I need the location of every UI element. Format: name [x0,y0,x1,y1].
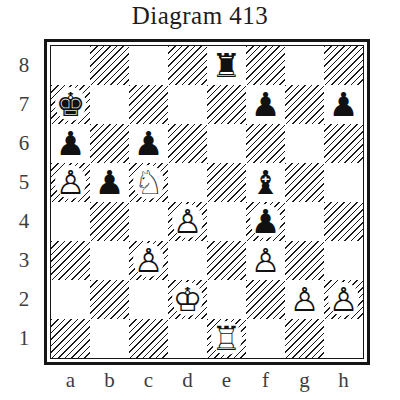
square-d2: ♔ [168,280,207,319]
square-g8 [285,46,324,85]
square-h8 [324,46,363,85]
square-f8 [246,46,285,85]
square-h5 [324,163,363,202]
piece-white-knight: ♘ [129,163,168,202]
file-label-b: b [90,368,129,393]
piece-black-pawn: ♟ [324,85,363,124]
square-f2 [246,280,285,319]
square-c5: ♘ [129,163,168,202]
piece-white-pawn: ♙ [246,241,285,280]
square-a4 [51,202,90,241]
rank-label-5: 5 [12,163,36,202]
square-h7: ♟ [324,85,363,124]
chess-board: ♜♚♟♟♟♟♙♟♘♝♙♟♙♙♔♙♙♖ [44,39,370,365]
square-e7 [207,85,246,124]
square-e3 [207,241,246,280]
square-g3 [285,241,324,280]
piece-black-pawn: ♟ [246,202,285,241]
square-a5: ♙ [51,163,90,202]
square-c8 [129,46,168,85]
square-a8 [51,46,90,85]
square-g6 [285,124,324,163]
chess-diagram-page: Diagram 413 87654321 ♜♚♟♟♟♟♙♟♘♝♙♟♙♙♔♙♙♖ … [0,0,400,400]
square-c7 [129,85,168,124]
square-h2: ♙ [324,280,363,319]
square-e1: ♖ [207,319,246,358]
piece-white-rook: ♖ [207,319,246,358]
square-e5 [207,163,246,202]
piece-white-pawn: ♙ [168,202,207,241]
piece-black-pawn: ♟ [51,124,90,163]
square-d1 [168,319,207,358]
square-g2: ♙ [285,280,324,319]
square-a6: ♟ [51,124,90,163]
piece-white-pawn: ♙ [324,280,363,319]
square-e8: ♜ [207,46,246,85]
square-b3 [90,241,129,280]
piece-black-pawn: ♟ [246,85,285,124]
square-f3: ♙ [246,241,285,280]
diagram-title: Diagram 413 [0,2,400,30]
rank-label-6: 6 [12,124,36,163]
square-g1 [285,319,324,358]
file-labels: abcdefgh [51,368,363,393]
square-g7 [285,85,324,124]
square-f7: ♟ [246,85,285,124]
file-label-d: d [168,368,207,393]
square-h4 [324,202,363,241]
square-b1 [90,319,129,358]
square-h3 [324,241,363,280]
square-c3: ♙ [129,241,168,280]
square-b2 [90,280,129,319]
file-label-c: c [129,368,168,393]
piece-black-rook: ♜ [207,46,246,85]
square-b8 [90,46,129,85]
square-a2 [51,280,90,319]
square-g5 [285,163,324,202]
piece-white-king: ♔ [168,280,207,319]
square-d8 [168,46,207,85]
rank-labels: 87654321 [12,46,36,358]
square-b6 [90,124,129,163]
piece-black-bishop: ♝ [246,163,285,202]
square-e2 [207,280,246,319]
square-e4 [207,202,246,241]
square-h1 [324,319,363,358]
rank-label-8: 8 [12,46,36,85]
file-label-a: a [51,368,90,393]
square-f5: ♝ [246,163,285,202]
square-d3 [168,241,207,280]
square-c4 [129,202,168,241]
rank-label-2: 2 [12,280,36,319]
piece-white-pawn: ♙ [129,241,168,280]
file-label-f: f [246,368,285,393]
square-f6 [246,124,285,163]
file-label-g: g [285,368,324,393]
board-grid: ♜♚♟♟♟♟♙♟♘♝♙♟♙♙♔♙♙♖ [51,46,363,358]
square-c2 [129,280,168,319]
square-b5: ♟ [90,163,129,202]
square-f4: ♟ [246,202,285,241]
chess-board-inner: ♜♚♟♟♟♟♙♟♘♝♙♟♙♙♔♙♙♖ [50,45,364,359]
rank-label-3: 3 [12,241,36,280]
square-a1 [51,319,90,358]
rank-label-1: 1 [12,319,36,358]
square-d5 [168,163,207,202]
piece-white-pawn: ♙ [51,163,90,202]
rank-label-4: 4 [12,202,36,241]
square-a3 [51,241,90,280]
square-a7: ♚ [51,85,90,124]
piece-white-pawn: ♙ [285,280,324,319]
square-d4: ♙ [168,202,207,241]
square-e6 [207,124,246,163]
file-label-h: h [324,368,363,393]
piece-black-pawn: ♟ [129,124,168,163]
piece-black-pawn: ♟ [90,163,129,202]
square-h6 [324,124,363,163]
square-d6 [168,124,207,163]
file-label-e: e [207,368,246,393]
square-g4 [285,202,324,241]
square-c1 [129,319,168,358]
square-f1 [246,319,285,358]
square-d7 [168,85,207,124]
square-b4 [90,202,129,241]
rank-label-7: 7 [12,85,36,124]
piece-black-king: ♚ [51,85,90,124]
square-c6: ♟ [129,124,168,163]
square-b7 [90,85,129,124]
